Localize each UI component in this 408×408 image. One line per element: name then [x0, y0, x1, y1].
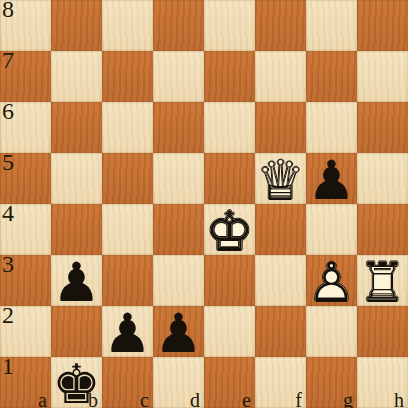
file-label-f: f: [295, 390, 302, 408]
square-f4[interactable]: [255, 204, 306, 255]
rank-label-2: 2: [2, 303, 14, 327]
black-king[interactable]: ♚: [51, 357, 102, 408]
square-f1[interactable]: f: [255, 357, 306, 408]
square-c6[interactable]: [102, 102, 153, 153]
square-c5[interactable]: [102, 153, 153, 204]
square-f5[interactable]: ♛♕: [255, 153, 306, 204]
square-a2[interactable]: 2: [0, 306, 51, 357]
square-f3[interactable]: [255, 255, 306, 306]
rank-label-6: 6: [2, 99, 14, 123]
rank-label-8: 8: [2, 0, 14, 21]
square-h3[interactable]: ♜♖: [357, 255, 408, 306]
square-c4[interactable]: [102, 204, 153, 255]
black-pawn[interactable]: ♟: [306, 153, 357, 204]
square-d1[interactable]: d: [153, 357, 204, 408]
square-e7[interactable]: [204, 51, 255, 102]
white-king[interactable]: ♚♔: [204, 204, 255, 255]
square-f6[interactable]: [255, 102, 306, 153]
square-d2[interactable]: ♟: [153, 306, 204, 357]
square-e1[interactable]: e: [204, 357, 255, 408]
file-label-a: a: [38, 390, 47, 408]
square-g8[interactable]: [306, 0, 357, 51]
square-g4[interactable]: [306, 204, 357, 255]
square-a6[interactable]: 6: [0, 102, 51, 153]
square-c8[interactable]: [102, 0, 153, 51]
white-pawn[interactable]: ♟♙: [306, 255, 357, 306]
square-h2[interactable]: [357, 306, 408, 357]
file-label-c: c: [140, 390, 149, 408]
square-a1[interactable]: 1a: [0, 357, 51, 408]
square-b5[interactable]: [51, 153, 102, 204]
square-g6[interactable]: [306, 102, 357, 153]
square-f8[interactable]: [255, 0, 306, 51]
square-d8[interactable]: [153, 0, 204, 51]
file-label-d: d: [190, 390, 200, 408]
square-e3[interactable]: [204, 255, 255, 306]
rank-label-3: 3: [2, 252, 14, 276]
square-d6[interactable]: [153, 102, 204, 153]
square-h5[interactable]: [357, 153, 408, 204]
square-b8[interactable]: [51, 0, 102, 51]
chess-board: 8765♛♕♟4♚♔3♟♟♙♜♖2♟♟1ab♚cdefgh: [0, 0, 408, 408]
square-f2[interactable]: [255, 306, 306, 357]
square-g5[interactable]: ♟: [306, 153, 357, 204]
square-a7[interactable]: 7: [0, 51, 51, 102]
square-g3[interactable]: ♟♙: [306, 255, 357, 306]
square-g2[interactable]: [306, 306, 357, 357]
square-b4[interactable]: [51, 204, 102, 255]
square-b6[interactable]: [51, 102, 102, 153]
square-h6[interactable]: [357, 102, 408, 153]
square-a5[interactable]: 5: [0, 153, 51, 204]
black-pawn[interactable]: ♟: [51, 255, 102, 306]
square-f7[interactable]: [255, 51, 306, 102]
square-h8[interactable]: [357, 0, 408, 51]
rank-label-5: 5: [2, 150, 14, 174]
square-e6[interactable]: [204, 102, 255, 153]
black-pawn[interactable]: ♟: [102, 306, 153, 357]
square-a4[interactable]: 4: [0, 204, 51, 255]
square-b2[interactable]: [51, 306, 102, 357]
square-d5[interactable]: [153, 153, 204, 204]
square-c1[interactable]: c: [102, 357, 153, 408]
square-b1[interactable]: b♚: [51, 357, 102, 408]
file-label-h: h: [394, 390, 404, 408]
square-b7[interactable]: [51, 51, 102, 102]
square-e4[interactable]: ♚♔: [204, 204, 255, 255]
square-b3[interactable]: ♟: [51, 255, 102, 306]
white-queen[interactable]: ♛♕: [255, 153, 306, 204]
square-h4[interactable]: [357, 204, 408, 255]
white-rook[interactable]: ♜♖: [357, 255, 408, 306]
square-c2[interactable]: ♟: [102, 306, 153, 357]
file-label-e: e: [242, 390, 251, 408]
square-a3[interactable]: 3: [0, 255, 51, 306]
rank-label-4: 4: [2, 201, 14, 225]
square-a8[interactable]: 8: [0, 0, 51, 51]
square-c3[interactable]: [102, 255, 153, 306]
square-g1[interactable]: g: [306, 357, 357, 408]
square-e2[interactable]: [204, 306, 255, 357]
black-pawn[interactable]: ♟: [153, 306, 204, 357]
square-h7[interactable]: [357, 51, 408, 102]
rank-label-1: 1: [2, 354, 14, 378]
square-g7[interactable]: [306, 51, 357, 102]
square-d4[interactable]: [153, 204, 204, 255]
file-label-g: g: [343, 390, 353, 408]
square-d7[interactable]: [153, 51, 204, 102]
square-e8[interactable]: [204, 0, 255, 51]
rank-label-7: 7: [2, 48, 14, 72]
square-d3[interactable]: [153, 255, 204, 306]
square-c7[interactable]: [102, 51, 153, 102]
square-h1[interactable]: h: [357, 357, 408, 408]
square-e5[interactable]: [204, 153, 255, 204]
